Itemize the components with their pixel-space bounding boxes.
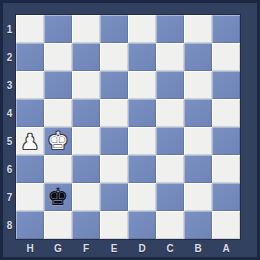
square-h6[interactable] (16, 155, 44, 183)
square-a7[interactable] (212, 183, 240, 211)
square-c6[interactable] (156, 155, 184, 183)
rank-labels: 12345678 (3, 15, 16, 239)
square-h5[interactable]: ♟ (16, 127, 44, 155)
square-h3[interactable] (16, 71, 44, 99)
chessboard-frame: 12345678 ♟♚♚ HGFEDCBA (0, 0, 260, 260)
square-g1[interactable] (44, 15, 72, 43)
square-a4[interactable] (212, 99, 240, 127)
square-b4[interactable] (184, 99, 212, 127)
square-g8[interactable] (44, 211, 72, 239)
file-label-a: A (212, 239, 240, 257)
white-pawn-piece[interactable]: ♟ (21, 130, 40, 153)
square-c7[interactable] (156, 183, 184, 211)
square-h7[interactable] (16, 183, 44, 211)
file-label-b: B (184, 239, 212, 257)
square-a6[interactable] (212, 155, 240, 183)
square-a1[interactable] (212, 15, 240, 43)
rank-label-7: 7 (3, 183, 16, 211)
black-king-piece[interactable]: ♚ (47, 185, 69, 209)
rank-label-6: 6 (3, 155, 16, 183)
rank-label-1: 1 (3, 15, 16, 43)
square-e7[interactable] (100, 183, 128, 211)
square-c2[interactable] (156, 43, 184, 71)
square-d1[interactable] (128, 15, 156, 43)
square-f1[interactable] (72, 15, 100, 43)
square-f5[interactable] (72, 127, 100, 155)
square-b5[interactable] (184, 127, 212, 155)
square-h4[interactable] (16, 99, 44, 127)
square-h2[interactable] (16, 43, 44, 71)
square-g4[interactable] (44, 99, 72, 127)
square-b6[interactable] (184, 155, 212, 183)
square-e1[interactable] (100, 15, 128, 43)
square-b2[interactable] (184, 43, 212, 71)
square-f6[interactable] (72, 155, 100, 183)
square-a5[interactable] (212, 127, 240, 155)
square-c1[interactable] (156, 15, 184, 43)
square-a2[interactable] (212, 43, 240, 71)
square-b7[interactable] (184, 183, 212, 211)
square-f4[interactable] (72, 99, 100, 127)
square-b1[interactable] (184, 15, 212, 43)
rank-label-2: 2 (3, 43, 16, 71)
file-label-d: D (128, 239, 156, 257)
square-d7[interactable] (128, 183, 156, 211)
square-c5[interactable] (156, 127, 184, 155)
square-b3[interactable] (184, 71, 212, 99)
square-e8[interactable] (100, 211, 128, 239)
square-f2[interactable] (72, 43, 100, 71)
square-e4[interactable] (100, 99, 128, 127)
square-a3[interactable] (212, 71, 240, 99)
square-e3[interactable] (100, 71, 128, 99)
square-d4[interactable] (128, 99, 156, 127)
square-c3[interactable] (156, 71, 184, 99)
square-h8[interactable] (16, 211, 44, 239)
rank-label-4: 4 (3, 99, 16, 127)
square-g3[interactable] (44, 71, 72, 99)
file-label-c: C (156, 239, 184, 257)
square-a8[interactable] (212, 211, 240, 239)
rank-label-8: 8 (3, 211, 16, 239)
white-king-piece[interactable]: ♚ (47, 129, 69, 153)
square-e5[interactable] (100, 127, 128, 155)
file-label-e: E (100, 239, 128, 257)
square-c8[interactable] (156, 211, 184, 239)
square-g2[interactable] (44, 43, 72, 71)
square-g5[interactable]: ♚ (44, 127, 72, 155)
square-d8[interactable] (128, 211, 156, 239)
square-g7[interactable]: ♚ (44, 183, 72, 211)
square-d3[interactable] (128, 71, 156, 99)
file-label-g: G (44, 239, 72, 257)
square-e6[interactable] (100, 155, 128, 183)
square-f8[interactable] (72, 211, 100, 239)
rank-label-3: 3 (3, 71, 16, 99)
square-g6[interactable] (44, 155, 72, 183)
square-h1[interactable] (16, 15, 44, 43)
square-f3[interactable] (72, 71, 100, 99)
rank-label-5: 5 (3, 127, 16, 155)
file-label-h: H (16, 239, 44, 257)
square-e2[interactable] (100, 43, 128, 71)
square-d5[interactable] (128, 127, 156, 155)
square-d6[interactable] (128, 155, 156, 183)
square-c4[interactable] (156, 99, 184, 127)
square-f7[interactable] (72, 183, 100, 211)
square-b8[interactable] (184, 211, 212, 239)
square-d2[interactable] (128, 43, 156, 71)
file-label-f: F (72, 239, 100, 257)
file-labels: HGFEDCBA (16, 239, 240, 257)
chess-board: ♟♚♚ (16, 15, 240, 239)
